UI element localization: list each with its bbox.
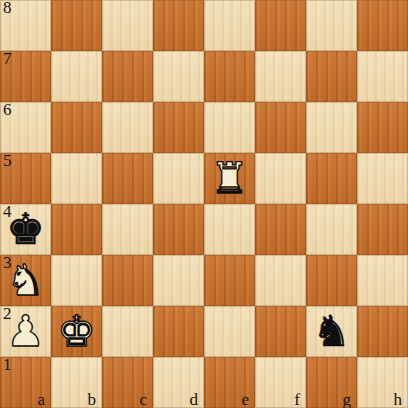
square-e2[interactable]: [204, 306, 255, 357]
rank-label-6: 6: [3, 100, 12, 120]
square-h8[interactable]: [357, 0, 408, 51]
square-h1[interactable]: h: [357, 357, 408, 408]
square-f7[interactable]: [255, 51, 306, 102]
square-f5[interactable]: [255, 153, 306, 204]
rank-label-7: 7: [3, 49, 12, 69]
square-b5[interactable]: [51, 153, 102, 204]
square-h5[interactable]: [357, 153, 408, 204]
piece-black-king[interactable]: ♚: [0, 204, 51, 255]
square-d2[interactable]: [153, 306, 204, 357]
square-e5[interactable]: ♜: [204, 153, 255, 204]
file-label-f: f: [294, 390, 300, 408]
rank-label-5: 5: [3, 151, 12, 171]
square-d8[interactable]: [153, 0, 204, 51]
piece-white-king[interactable]: ♚: [51, 306, 102, 357]
square-e7[interactable]: [204, 51, 255, 102]
square-g1[interactable]: g: [306, 357, 357, 408]
file-label-g: g: [343, 390, 352, 408]
square-g3[interactable]: [306, 255, 357, 306]
square-d1[interactable]: d: [153, 357, 204, 408]
square-a1[interactable]: 1a: [0, 357, 51, 408]
piece-black-knight[interactable]: ♞: [306, 306, 357, 357]
square-c8[interactable]: [102, 0, 153, 51]
square-a2[interactable]: 2♟: [0, 306, 51, 357]
square-b2[interactable]: ♚: [51, 306, 102, 357]
file-label-h: h: [394, 390, 403, 408]
square-f8[interactable]: [255, 0, 306, 51]
square-b4[interactable]: [51, 204, 102, 255]
square-e3[interactable]: [204, 255, 255, 306]
square-h7[interactable]: [357, 51, 408, 102]
square-f1[interactable]: f: [255, 357, 306, 408]
square-f4[interactable]: [255, 204, 306, 255]
square-f3[interactable]: [255, 255, 306, 306]
file-label-d: d: [190, 390, 199, 408]
piece-white-knight[interactable]: ♞: [0, 255, 51, 306]
square-g5[interactable]: [306, 153, 357, 204]
square-g4[interactable]: [306, 204, 357, 255]
square-c6[interactable]: [102, 102, 153, 153]
square-c1[interactable]: c: [102, 357, 153, 408]
square-b7[interactable]: [51, 51, 102, 102]
file-label-a: a: [37, 390, 45, 408]
square-d5[interactable]: [153, 153, 204, 204]
piece-white-rook[interactable]: ♜: [204, 153, 255, 204]
square-a7[interactable]: 7: [0, 51, 51, 102]
square-c3[interactable]: [102, 255, 153, 306]
file-label-c: c: [139, 390, 147, 408]
square-a5[interactable]: 5: [0, 153, 51, 204]
square-h2[interactable]: [357, 306, 408, 357]
rank-label-8: 8: [3, 0, 12, 18]
square-f6[interactable]: [255, 102, 306, 153]
file-label-e: e: [241, 390, 249, 408]
square-d4[interactable]: [153, 204, 204, 255]
piece-white-pawn[interactable]: ♟: [0, 306, 51, 357]
square-b6[interactable]: [51, 102, 102, 153]
square-a4[interactable]: 4♚: [0, 204, 51, 255]
square-a6[interactable]: 6: [0, 102, 51, 153]
square-d3[interactable]: [153, 255, 204, 306]
square-a3[interactable]: 3♞: [0, 255, 51, 306]
chess-board: 8765♜4♚3♞2♟♚♞1abcdefgh: [0, 0, 408, 408]
square-e6[interactable]: [204, 102, 255, 153]
square-h4[interactable]: [357, 204, 408, 255]
square-e1[interactable]: e: [204, 357, 255, 408]
square-h3[interactable]: [357, 255, 408, 306]
square-e4[interactable]: [204, 204, 255, 255]
square-h6[interactable]: [357, 102, 408, 153]
square-c2[interactable]: [102, 306, 153, 357]
rank-label-1: 1: [3, 355, 12, 375]
square-b3[interactable]: [51, 255, 102, 306]
square-g2[interactable]: ♞: [306, 306, 357, 357]
square-f2[interactable]: [255, 306, 306, 357]
square-a8[interactable]: 8: [0, 0, 51, 51]
square-g6[interactable]: [306, 102, 357, 153]
file-label-b: b: [88, 390, 97, 408]
square-g8[interactable]: [306, 0, 357, 51]
square-c5[interactable]: [102, 153, 153, 204]
square-e8[interactable]: [204, 0, 255, 51]
square-b8[interactable]: [51, 0, 102, 51]
square-d6[interactable]: [153, 102, 204, 153]
square-c7[interactable]: [102, 51, 153, 102]
square-c4[interactable]: [102, 204, 153, 255]
square-g7[interactable]: [306, 51, 357, 102]
square-b1[interactable]: b: [51, 357, 102, 408]
square-d7[interactable]: [153, 51, 204, 102]
